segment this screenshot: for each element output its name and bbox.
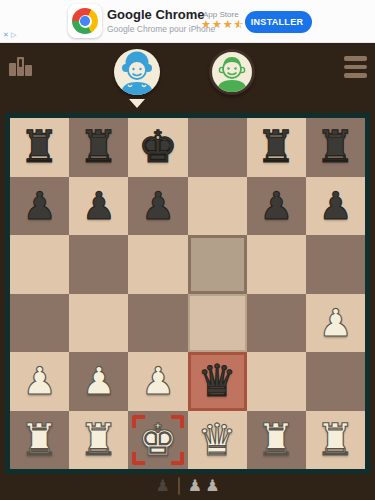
square-e6[interactable]: ♜ bbox=[247, 118, 306, 177]
square-c6[interactable]: ♚ bbox=[128, 118, 187, 177]
turn-indicator bbox=[129, 99, 145, 108]
square-e1[interactable]: ♜ bbox=[247, 411, 306, 470]
square-e4[interactable] bbox=[247, 235, 306, 294]
captured-white-group: ♟♟ bbox=[188, 478, 220, 494]
chrome-app-icon[interactable] bbox=[68, 4, 102, 38]
square-e3[interactable] bbox=[247, 294, 306, 353]
ad-close-icon[interactable]: ✕ bbox=[3, 31, 9, 38]
square-a5[interactable]: ♟ bbox=[10, 177, 69, 236]
captured-black-pawn: ♟ bbox=[155, 478, 169, 494]
install-button[interactable]: INSTALLER bbox=[245, 11, 312, 33]
white-rook: ♜ bbox=[257, 418, 296, 462]
black-rook: ♜ bbox=[20, 125, 59, 169]
square-a1[interactable]: ♜ bbox=[10, 411, 69, 470]
avatar-player-blue[interactable] bbox=[114, 49, 160, 95]
white-king: ♚ bbox=[138, 418, 177, 462]
white-pawn: ♟ bbox=[141, 362, 175, 400]
menu-icon[interactable] bbox=[344, 56, 367, 78]
avatar-player-green[interactable] bbox=[209, 49, 255, 95]
black-pawn: ♟ bbox=[23, 187, 57, 225]
black-rook: ♜ bbox=[316, 125, 355, 169]
black-pawn: ♟ bbox=[259, 187, 293, 225]
leaderboard-icon[interactable] bbox=[9, 55, 35, 76]
white-queen: ♛ bbox=[197, 418, 236, 462]
captured-tray: ♟ ♟♟ bbox=[0, 474, 375, 498]
captured-white-pawn: ♟ bbox=[205, 478, 219, 494]
star-half-icon: ☆★ bbox=[234, 19, 244, 30]
square-b2[interactable]: ♟ bbox=[69, 352, 128, 411]
star-full-icon: ★ bbox=[223, 19, 233, 30]
adchoices-icon[interactable]: ▷ bbox=[11, 31, 16, 38]
captured-white-pawn: ♟ bbox=[188, 478, 202, 494]
black-queen: ♛ bbox=[197, 359, 236, 403]
square-d4[interactable] bbox=[188, 235, 247, 294]
square-e2[interactable] bbox=[247, 352, 306, 411]
square-b4[interactable] bbox=[69, 235, 128, 294]
chrome-logo-icon bbox=[72, 8, 98, 34]
white-pawn: ♟ bbox=[82, 362, 116, 400]
square-f2[interactable] bbox=[306, 352, 365, 411]
square-b6[interactable]: ♜ bbox=[69, 118, 128, 177]
square-c3[interactable] bbox=[128, 294, 187, 353]
install-button-label: INSTALLER bbox=[251, 17, 304, 27]
white-rook: ♜ bbox=[79, 418, 118, 462]
square-f5[interactable]: ♟ bbox=[306, 177, 365, 236]
square-f3[interactable]: ♟ bbox=[306, 294, 365, 353]
star-full-icon: ★ bbox=[201, 19, 211, 30]
square-f4[interactable] bbox=[306, 235, 365, 294]
square-d1[interactable]: ♛ bbox=[188, 411, 247, 470]
white-pawn: ♟ bbox=[318, 304, 352, 342]
square-b5[interactable]: ♟ bbox=[69, 177, 128, 236]
square-a2[interactable]: ♟ bbox=[10, 352, 69, 411]
square-c2[interactable]: ♟ bbox=[128, 352, 187, 411]
square-a4[interactable] bbox=[10, 235, 69, 294]
white-rook: ♜ bbox=[316, 418, 355, 462]
square-a6[interactable]: ♜ bbox=[10, 118, 69, 177]
square-e5[interactable]: ♟ bbox=[247, 177, 306, 236]
ad-app-subtitle: Google Chrome pour iPhone bbox=[107, 24, 215, 34]
white-rook: ♜ bbox=[20, 418, 59, 462]
board-grid: ♜♜♚♜♜♟♟♟♟♟♟♟♟♟♛♜♜♚♛♜♜ bbox=[10, 118, 365, 469]
black-pawn: ♟ bbox=[318, 187, 352, 225]
ad-app-name: Google Chrome bbox=[107, 7, 205, 22]
tray-divider bbox=[178, 477, 180, 495]
square-d6[interactable] bbox=[188, 118, 247, 177]
square-d3[interactable] bbox=[188, 294, 247, 353]
black-rook: ♜ bbox=[257, 125, 296, 169]
square-f1[interactable]: ♜ bbox=[306, 411, 365, 470]
square-c5[interactable]: ♟ bbox=[128, 177, 187, 236]
square-a3[interactable] bbox=[10, 294, 69, 353]
black-pawn: ♟ bbox=[82, 187, 116, 225]
square-d5[interactable] bbox=[188, 177, 247, 236]
ad-banner: ✕ ▷ Google Chrome Google Chrome pour iPh… bbox=[0, 0, 375, 43]
white-pawn: ♟ bbox=[23, 362, 57, 400]
square-d2[interactable]: ♛ bbox=[188, 352, 247, 411]
adchoices-controls[interactable]: ✕ ▷ bbox=[3, 31, 16, 38]
blue-character-icon bbox=[114, 49, 160, 95]
green-character-icon bbox=[212, 52, 252, 92]
square-c4[interactable] bbox=[128, 235, 187, 294]
black-rook: ♜ bbox=[79, 125, 118, 169]
captured-black-group: ♟ bbox=[155, 478, 169, 494]
black-pawn: ♟ bbox=[141, 187, 175, 225]
star-full-icon: ★ bbox=[212, 19, 222, 30]
square-f6[interactable]: ♜ bbox=[306, 118, 365, 177]
square-b3[interactable] bbox=[69, 294, 128, 353]
square-c1[interactable]: ♚ bbox=[128, 411, 187, 470]
black-king: ♚ bbox=[138, 125, 177, 169]
square-b1[interactable]: ♜ bbox=[69, 411, 128, 470]
chess-board: ♜♜♚♜♜♟♟♟♟♟♟♟♟♟♛♜♜♚♛♜♜ bbox=[5, 113, 370, 474]
